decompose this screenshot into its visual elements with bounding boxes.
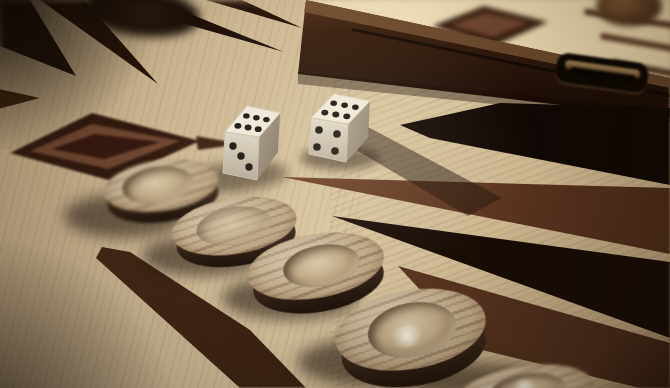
left-die[interactable] <box>216 100 288 186</box>
die-front-face <box>309 118 348 162</box>
right-die[interactable] <box>304 90 378 166</box>
backgammon-photo <box>0 0 670 388</box>
